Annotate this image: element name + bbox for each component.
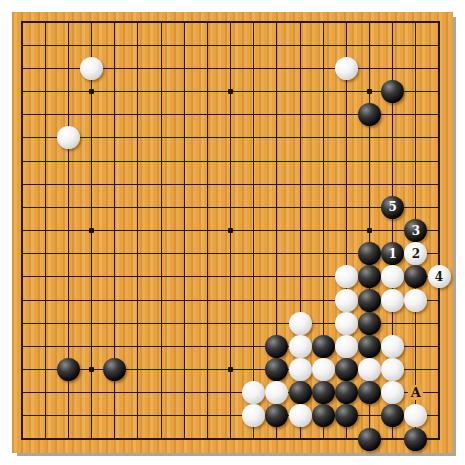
black-stone[interactable]: [335, 358, 358, 381]
grid-line: [438, 21, 440, 440]
white-stone[interactable]: [381, 358, 404, 381]
black-stone[interactable]: [289, 381, 312, 404]
white-stone[interactable]: [289, 312, 312, 335]
black-stone[interactable]: [265, 358, 288, 381]
black-stone[interactable]: [358, 428, 381, 451]
black-stone[interactable]: [381, 80, 404, 103]
black-stone[interactable]: [335, 381, 358, 404]
black-stone[interactable]: [358, 103, 381, 126]
star-point: [228, 228, 233, 233]
white-stone[interactable]: [335, 289, 358, 312]
move-number: 3: [412, 225, 420, 237]
annotation-A[interactable]: A: [408, 385, 423, 400]
white-stone-move-2[interactable]: 2: [404, 242, 427, 265]
black-stone[interactable]: [265, 335, 288, 358]
black-stone[interactable]: [312, 381, 335, 404]
black-stone[interactable]: [265, 404, 288, 427]
black-stone[interactable]: [335, 404, 358, 427]
white-stone[interactable]: [404, 404, 427, 427]
white-stone[interactable]: [265, 381, 288, 404]
black-stone[interactable]: [358, 242, 381, 265]
black-stone-move-1[interactable]: 1: [381, 242, 404, 265]
star-point: [89, 367, 94, 372]
white-stone[interactable]: [381, 289, 404, 312]
black-stone[interactable]: [358, 265, 381, 288]
black-stone[interactable]: [312, 335, 335, 358]
white-stone[interactable]: [381, 265, 404, 288]
white-stone-move-4[interactable]: 4: [428, 265, 451, 288]
black-stone-move-3[interactable]: 3: [404, 219, 427, 242]
white-stone[interactable]: [381, 381, 404, 404]
white-stone[interactable]: [289, 404, 312, 427]
star-point: [367, 89, 372, 94]
move-number: 1: [389, 248, 397, 260]
star-point: [228, 89, 233, 94]
white-stone[interactable]: [381, 335, 404, 358]
move-number: 2: [412, 248, 420, 260]
white-stone[interactable]: [242, 404, 265, 427]
black-stone[interactable]: [358, 381, 381, 404]
star-point: [228, 367, 233, 372]
white-stone[interactable]: [80, 57, 103, 80]
white-stone[interactable]: [335, 312, 358, 335]
grid-line: [21, 415, 440, 416]
star-point: [89, 89, 94, 94]
black-stone[interactable]: [404, 428, 427, 451]
black-stone[interactable]: [312, 404, 335, 427]
go-board[interactable]: 53124A: [12, 12, 453, 453]
white-stone[interactable]: [289, 335, 312, 358]
move-number: 5: [389, 201, 397, 213]
white-stone[interactable]: [335, 265, 358, 288]
black-stone[interactable]: [103, 358, 126, 381]
white-stone[interactable]: [335, 335, 358, 358]
white-stone[interactable]: [335, 57, 358, 80]
black-stone[interactable]: [404, 265, 427, 288]
go-board-diagram: 53124A: [0, 0, 465, 465]
white-stone[interactable]: [404, 289, 427, 312]
white-stone[interactable]: [358, 358, 381, 381]
black-stone-move-5[interactable]: 5: [381, 196, 404, 219]
white-stone[interactable]: [312, 358, 335, 381]
black-stone[interactable]: [358, 289, 381, 312]
white-stone[interactable]: [289, 358, 312, 381]
black-stone[interactable]: [358, 335, 381, 358]
white-stone[interactable]: [242, 381, 265, 404]
black-stone[interactable]: [358, 312, 381, 335]
grid-line: [253, 21, 254, 440]
star-point: [89, 228, 94, 233]
black-stone[interactable]: [381, 404, 404, 427]
white-stone[interactable]: [57, 126, 80, 149]
star-point: [367, 228, 372, 233]
black-stone[interactable]: [57, 358, 80, 381]
move-number: 4: [435, 271, 443, 283]
